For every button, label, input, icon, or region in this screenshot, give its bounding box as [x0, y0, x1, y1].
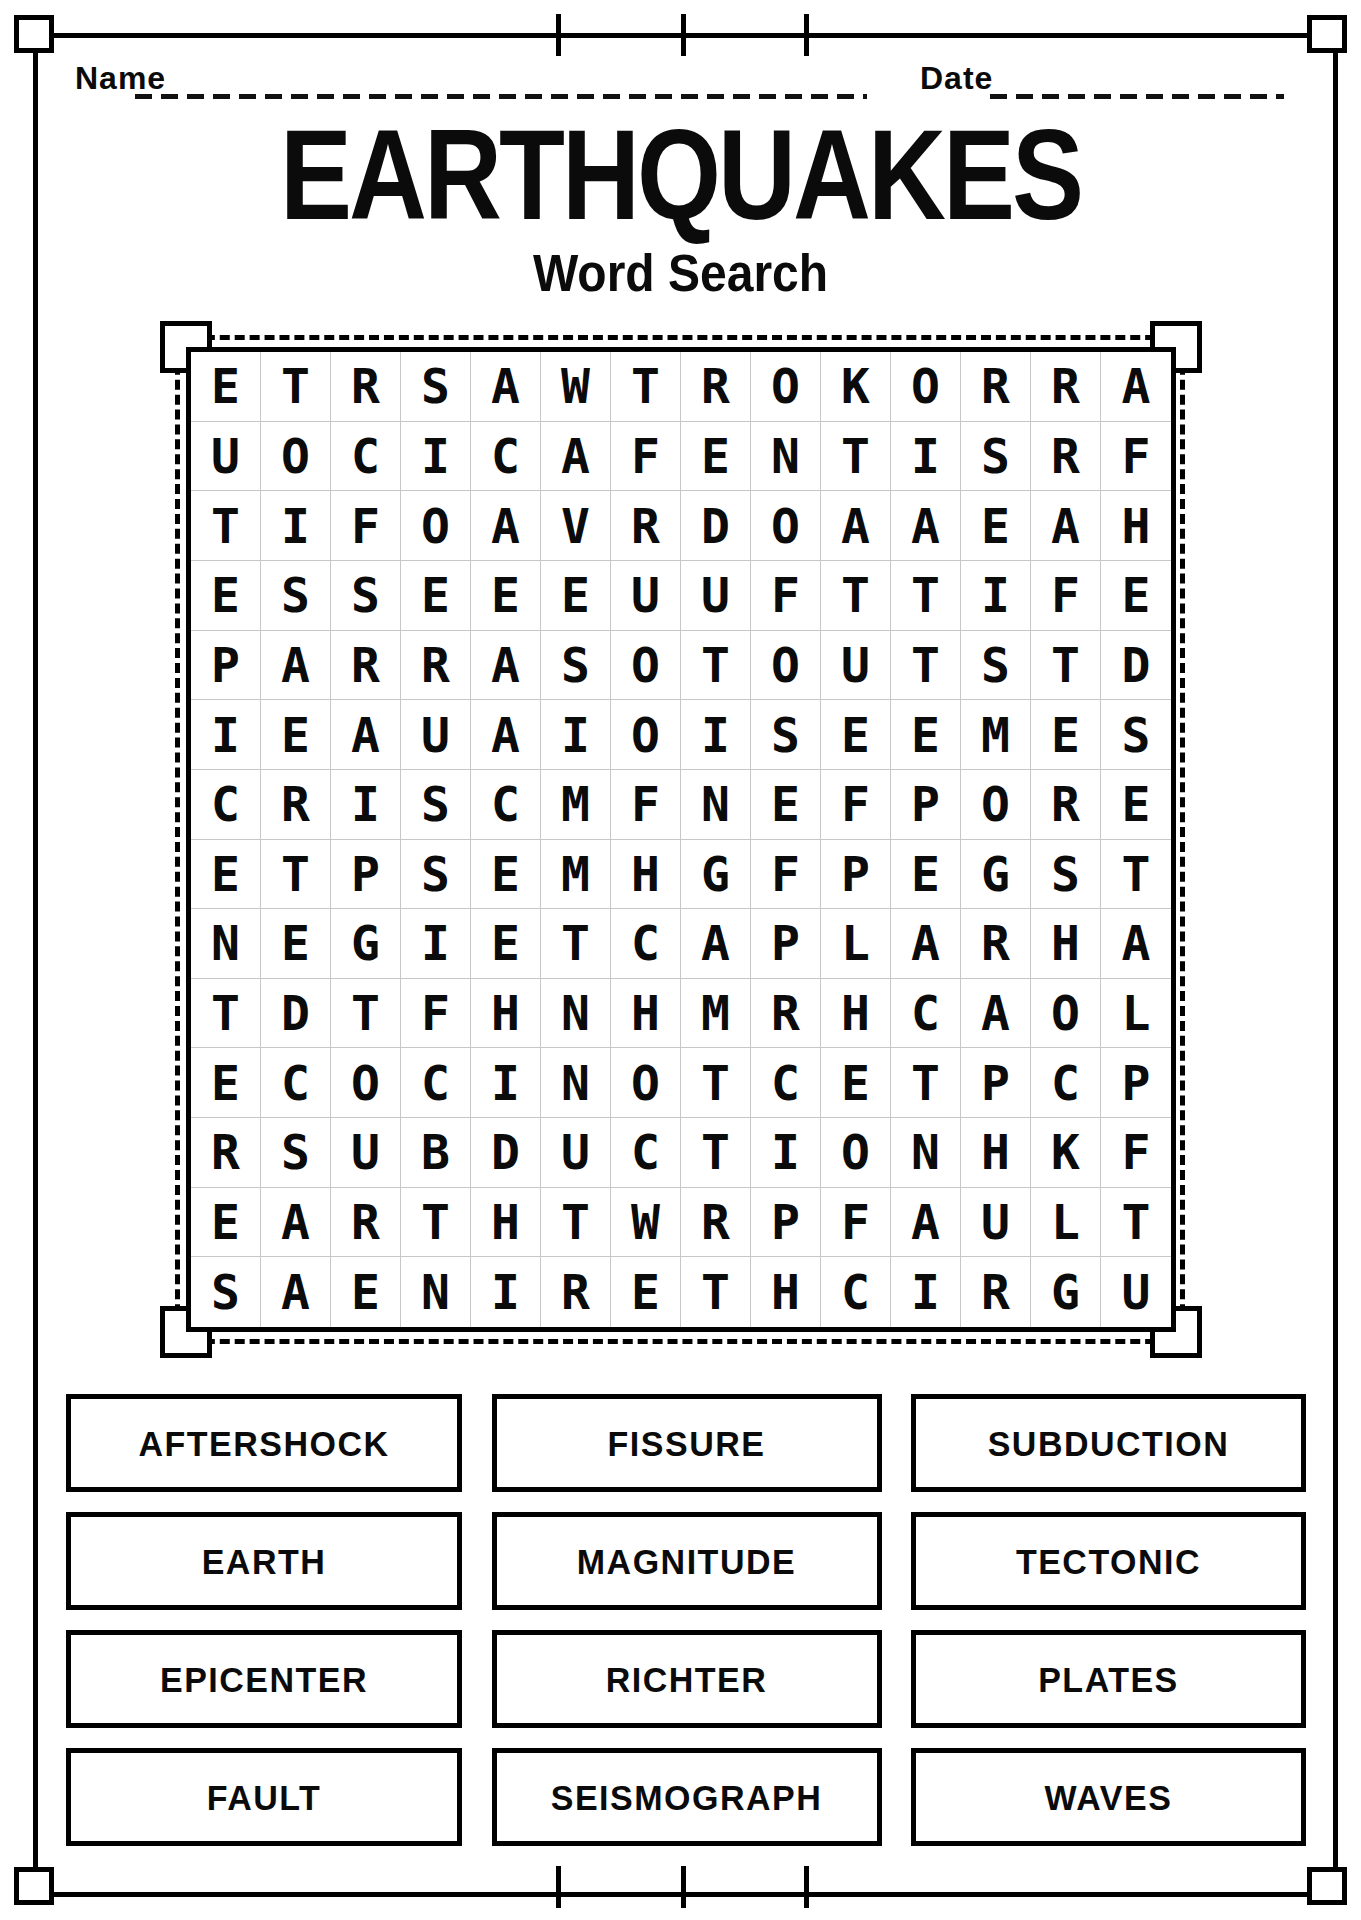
grid-cell[interactable]: I: [961, 561, 1031, 631]
grid-cell[interactable]: S: [1101, 700, 1171, 770]
grid-cell[interactable]: T: [821, 422, 891, 492]
grid-cell[interactable]: E: [401, 561, 471, 631]
frame-corner-top-left: [14, 15, 54, 53]
word-label: EARTH: [202, 1541, 327, 1582]
grid-cell[interactable]: E: [751, 770, 821, 840]
word-box[interactable]: SEISMOGRAPH: [492, 1748, 882, 1846]
grid-cell[interactable]: T: [191, 491, 261, 561]
grid-cell[interactable]: C: [331, 422, 401, 492]
word-box[interactable]: EPICENTER: [66, 1630, 462, 1728]
grid-cell[interactable]: R: [1031, 352, 1101, 422]
grid-cell[interactable]: O: [1031, 979, 1101, 1049]
page-title: EARTHQUAKES: [0, 112, 1361, 239]
grid-cell[interactable]: A: [541, 422, 611, 492]
grid-cell[interactable]: O: [751, 491, 821, 561]
date-label: Date: [920, 60, 993, 97]
grid-cell[interactable]: I: [471, 1257, 541, 1327]
grid-cell[interactable]: T: [1031, 631, 1101, 701]
grid-cell[interactable]: V: [541, 491, 611, 561]
word-label: SEISMOGRAPH: [551, 1777, 823, 1818]
page-subtitle: Word Search: [0, 248, 1361, 300]
grid-cell[interactable]: H: [611, 840, 681, 910]
grid-cell[interactable]: H: [471, 979, 541, 1049]
grid-cell[interactable]: A: [331, 700, 401, 770]
grid-cell[interactable]: H: [1031, 909, 1101, 979]
grid-cell[interactable]: A: [821, 491, 891, 561]
grid-cell[interactable]: D: [261, 979, 331, 1049]
grid-cell[interactable]: D: [471, 1118, 541, 1188]
word-label: EPICENTER: [160, 1659, 368, 1700]
grid-cell[interactable]: T: [681, 1118, 751, 1188]
grid-cell[interactable]: T: [331, 979, 401, 1049]
grid-cell[interactable]: L: [1031, 1188, 1101, 1258]
grid-cell[interactable]: I: [191, 700, 261, 770]
grid-cell[interactable]: T: [191, 979, 261, 1049]
grid-cell[interactable]: U: [401, 700, 471, 770]
grid-cell[interactable]: U: [191, 422, 261, 492]
grid-cell[interactable]: C: [261, 1048, 331, 1118]
grid-cell[interactable]: T: [541, 909, 611, 979]
grid-cell[interactable]: E: [681, 422, 751, 492]
grid-cell[interactable]: B: [401, 1118, 471, 1188]
grid-cell[interactable]: E: [821, 1048, 891, 1118]
grid-cell[interactable]: E: [821, 700, 891, 770]
grid-cell[interactable]: T: [261, 352, 331, 422]
grid-cell[interactable]: C: [891, 979, 961, 1049]
grid-cell[interactable]: O: [961, 770, 1031, 840]
grid-cell[interactable]: C: [401, 1048, 471, 1118]
grid-cell[interactable]: S: [961, 631, 1031, 701]
grid-cell[interactable]: H: [471, 1188, 541, 1258]
grid-cell[interactable]: T: [681, 1048, 751, 1118]
grid-cell[interactable]: G: [961, 840, 1031, 910]
word-box[interactable]: AFTERSHOCK: [66, 1394, 462, 1492]
grid-cell[interactable]: A: [1031, 491, 1101, 561]
grid-cell[interactable]: F: [401, 979, 471, 1049]
grid-cell[interactable]: F: [331, 491, 401, 561]
grid-cell[interactable]: A: [891, 491, 961, 561]
grid-cell[interactable]: P: [331, 840, 401, 910]
name-line[interactable]: [135, 94, 867, 99]
grid-cell[interactable]: E: [471, 840, 541, 910]
grid-cell[interactable]: I: [401, 422, 471, 492]
grid-cell[interactable]: F: [751, 561, 821, 631]
grid-cell[interactable]: F: [1101, 1118, 1171, 1188]
grid-cell[interactable]: C: [471, 770, 541, 840]
grid-cell[interactable]: S: [261, 561, 331, 631]
word-box[interactable]: PLATES: [911, 1630, 1306, 1728]
grid-cell[interactable]: T: [891, 1048, 961, 1118]
grid-cell[interactable]: H: [751, 1257, 821, 1327]
grid-cell[interactable]: N: [751, 422, 821, 492]
grid-cell[interactable]: F: [821, 1188, 891, 1258]
word-box[interactable]: WAVES: [911, 1748, 1306, 1846]
frame-tick-bottom-2: [681, 1866, 686, 1908]
grid-cell[interactable]: O: [611, 631, 681, 701]
grid-cell[interactable]: H: [1101, 491, 1171, 561]
word-bank: AFTERSHOCKFISSURESUBDUCTIONEARTHMAGNITUD…: [66, 1394, 1306, 1846]
grid-cell[interactable]: F: [821, 770, 891, 840]
grid-cell[interactable]: M: [541, 770, 611, 840]
grid-cell[interactable]: A: [1101, 352, 1171, 422]
grid-cell[interactable]: A: [891, 909, 961, 979]
frame-corner-bottom-right: [1307, 1867, 1347, 1905]
word-label: AFTERSHOCK: [138, 1423, 389, 1464]
grid-cell[interactable]: P: [191, 631, 261, 701]
grid-cell[interactable]: P: [751, 1188, 821, 1258]
grid-cell[interactable]: E: [471, 561, 541, 631]
grid-cell[interactable]: F: [611, 770, 681, 840]
grid-cell[interactable]: T: [611, 352, 681, 422]
grid-cell[interactable]: U: [611, 561, 681, 631]
grid-cell[interactable]: A: [471, 700, 541, 770]
grid-cell[interactable]: I: [541, 700, 611, 770]
word-label: MAGNITUDE: [577, 1541, 796, 1582]
grid-cell[interactable]: D: [681, 491, 751, 561]
grid-cell[interactable]: C: [611, 1118, 681, 1188]
grid-cell[interactable]: U: [821, 631, 891, 701]
grid-cell[interactable]: R: [611, 491, 681, 561]
grid-cell[interactable]: N: [191, 909, 261, 979]
word-box[interactable]: FAULT: [66, 1748, 462, 1846]
grid-cell[interactable]: R: [681, 1188, 751, 1258]
grid-cell[interactable]: T: [1101, 1188, 1171, 1258]
grid-cell[interactable]: C: [471, 422, 541, 492]
grid-cell[interactable]: E: [541, 561, 611, 631]
grid-cell[interactable]: R: [961, 1257, 1031, 1327]
grid-cell[interactable]: E: [191, 561, 261, 631]
grid-cell[interactable]: L: [1101, 979, 1171, 1049]
grid-cell[interactable]: E: [1101, 561, 1171, 631]
grid-cell[interactable]: A: [471, 631, 541, 701]
frame-tick-bottom-1: [556, 1866, 561, 1908]
grid-cell[interactable]: R: [1031, 770, 1101, 840]
grid-cell[interactable]: R: [1031, 422, 1101, 492]
grid-cell[interactable]: E: [471, 909, 541, 979]
frame-tick-top-3: [804, 14, 809, 56]
grid-cell[interactable]: S: [401, 840, 471, 910]
grid-cell[interactable]: E: [261, 909, 331, 979]
grid-cell[interactable]: A: [961, 979, 1031, 1049]
word-label: SUBDUCTION: [988, 1423, 1230, 1464]
grid-cell[interactable]: S: [1031, 840, 1101, 910]
grid-cell[interactable]: N: [541, 979, 611, 1049]
grid-cell[interactable]: E: [891, 840, 961, 910]
grid-cell[interactable]: E: [1031, 700, 1101, 770]
grid-cell[interactable]: R: [751, 979, 821, 1049]
grid-cell[interactable]: E: [191, 1188, 261, 1258]
grid-cell[interactable]: S: [751, 700, 821, 770]
grid-cell[interactable]: T: [1101, 840, 1171, 910]
frame-tick-bottom-3: [804, 1866, 809, 1908]
grid-cell[interactable]: R: [961, 909, 1031, 979]
grid-cell[interactable]: G: [1031, 1257, 1101, 1327]
grid-cell[interactable]: T: [891, 631, 961, 701]
grid-cell[interactable]: U: [541, 1118, 611, 1188]
grid-cell[interactable]: R: [401, 631, 471, 701]
grid-cell[interactable]: A: [1101, 909, 1171, 979]
grid-cell[interactable]: S: [191, 1257, 261, 1327]
grid-cell[interactable]: U: [961, 1188, 1031, 1258]
word-label: FISSURE: [608, 1423, 766, 1464]
grid-cell[interactable]: H: [961, 1118, 1031, 1188]
grid-cell[interactable]: R: [331, 631, 401, 701]
grid-cell[interactable]: P: [751, 909, 821, 979]
grid-cell[interactable]: S: [401, 770, 471, 840]
grid-cell[interactable]: I: [331, 770, 401, 840]
grid-cell[interactable]: G: [331, 909, 401, 979]
grid-cell[interactable]: A: [261, 631, 331, 701]
grid-cell[interactable]: L: [821, 909, 891, 979]
grid-cell[interactable]: E: [191, 1048, 261, 1118]
grid-cell[interactable]: R: [191, 1118, 261, 1188]
grid-cell[interactable]: E: [1101, 770, 1171, 840]
grid-cell[interactable]: E: [611, 1257, 681, 1327]
grid-cell[interactable]: A: [471, 491, 541, 561]
grid-cell[interactable]: K: [1031, 1118, 1101, 1188]
grid-cell[interactable]: E: [261, 700, 331, 770]
grid-cell[interactable]: F: [611, 422, 681, 492]
word-label: WAVES: [1045, 1777, 1173, 1818]
grid-cell[interactable]: T: [891, 561, 961, 631]
word-label: FAULT: [207, 1777, 322, 1818]
grid-cell[interactable]: R: [331, 1188, 401, 1258]
grid-cell[interactable]: E: [331, 1257, 401, 1327]
word-label: TECTONIC: [1016, 1541, 1201, 1582]
frame-tick-top-1: [556, 14, 561, 56]
grid-cell[interactable]: W: [541, 352, 611, 422]
grid-cell[interactable]: T: [541, 1188, 611, 1258]
grid-cell[interactable]: A: [261, 1188, 331, 1258]
grid-cell[interactable]: O: [891, 352, 961, 422]
grid-cell[interactable]: S: [961, 422, 1031, 492]
grid-cell[interactable]: C: [191, 770, 261, 840]
grid-cell[interactable]: R: [541, 1257, 611, 1327]
frame-tick-top-2: [681, 14, 686, 56]
grid-cell[interactable]: S: [261, 1118, 331, 1188]
grid-cell[interactable]: S: [401, 352, 471, 422]
grid-cell[interactable]: C: [751, 1048, 821, 1118]
grid-cell[interactable]: E: [191, 840, 261, 910]
grid-cell[interactable]: P: [821, 840, 891, 910]
grid-cell[interactable]: H: [821, 979, 891, 1049]
word-box[interactable]: EARTH: [66, 1512, 462, 1610]
grid-cell[interactable]: P: [961, 1048, 1031, 1118]
grid-cell[interactable]: O: [401, 491, 471, 561]
grid-cell[interactable]: U: [331, 1118, 401, 1188]
grid-cell[interactable]: W: [611, 1188, 681, 1258]
date-line[interactable]: [990, 94, 1284, 99]
grid-cell[interactable]: I: [401, 909, 471, 979]
grid-cell[interactable]: O: [261, 422, 331, 492]
grid-cell[interactable]: I: [751, 1118, 821, 1188]
grid-cell[interactable]: N: [401, 1257, 471, 1327]
grid-cell[interactable]: R: [261, 770, 331, 840]
grid-cell[interactable]: E: [891, 700, 961, 770]
grid-cell[interactable]: O: [821, 1118, 891, 1188]
grid-cell[interactable]: S: [331, 561, 401, 631]
grid-cell[interactable]: U: [1101, 1257, 1171, 1327]
grid-cell[interactable]: T: [821, 561, 891, 631]
grid-cell[interactable]: G: [681, 840, 751, 910]
grid-cell[interactable]: O: [611, 1048, 681, 1118]
grid-cell[interactable]: N: [891, 1118, 961, 1188]
grid-cell[interactable]: O: [751, 631, 821, 701]
grid-cell[interactable]: P: [891, 770, 961, 840]
grid-cell[interactable]: M: [961, 700, 1031, 770]
grid-cell[interactable]: T: [261, 840, 331, 910]
word-box[interactable]: RICHTER: [492, 1630, 882, 1728]
grid-cell[interactable]: N: [541, 1048, 611, 1118]
frame-corner-top-right: [1307, 15, 1347, 53]
grid-cell[interactable]: F: [1031, 561, 1101, 631]
grid-cell[interactable]: I: [681, 700, 751, 770]
grid-cell[interactable]: A: [261, 1257, 331, 1327]
grid-cell[interactable]: I: [891, 1257, 961, 1327]
grid-cell[interactable]: K: [821, 352, 891, 422]
puzzle-grid: ETRSAWTROKORRAUOCICAFENTISRFTIFOAVRDOAAE…: [186, 347, 1176, 1332]
grid-cell[interactable]: C: [1031, 1048, 1101, 1118]
grid-cell[interactable]: R: [331, 352, 401, 422]
grid-cell[interactable]: F: [751, 840, 821, 910]
grid-cell[interactable]: M: [681, 979, 751, 1049]
word-label: RICHTER: [606, 1659, 768, 1700]
grid-cell[interactable]: M: [541, 840, 611, 910]
grid-cell[interactable]: O: [611, 700, 681, 770]
frame-corner-bottom-left: [14, 1867, 54, 1905]
word-box[interactable]: FISSURE: [492, 1394, 882, 1492]
grid-cell[interactable]: A: [471, 352, 541, 422]
grid-cell[interactable]: E: [191, 352, 261, 422]
grid-cell[interactable]: T: [681, 631, 751, 701]
grid-cell[interactable]: T: [401, 1188, 471, 1258]
grid-cell[interactable]: C: [611, 909, 681, 979]
word-box[interactable]: SUBDUCTION: [911, 1394, 1306, 1492]
grid-cell[interactable]: N: [681, 770, 751, 840]
grid-cell[interactable]: A: [681, 909, 751, 979]
grid-cell[interactable]: O: [751, 352, 821, 422]
grid-cell[interactable]: A: [891, 1188, 961, 1258]
grid-cell[interactable]: P: [1101, 1048, 1171, 1118]
grid-cell[interactable]: I: [891, 422, 961, 492]
grid-cell[interactable]: S: [541, 631, 611, 701]
grid-cell[interactable]: I: [261, 491, 331, 561]
grid-cell[interactable]: E: [961, 491, 1031, 561]
word-box[interactable]: MAGNITUDE: [492, 1512, 882, 1610]
grid-cell[interactable]: R: [961, 352, 1031, 422]
name-label: Name: [75, 60, 166, 97]
grid-cell[interactable]: U: [681, 561, 751, 631]
grid-cell[interactable]: H: [611, 979, 681, 1049]
grid-cell[interactable]: I: [471, 1048, 541, 1118]
grid-cell[interactable]: T: [681, 1257, 751, 1327]
grid-cell[interactable]: C: [821, 1257, 891, 1327]
grid-cell[interactable]: D: [1101, 631, 1171, 701]
grid-cell[interactable]: F: [1101, 422, 1171, 492]
grid-cell[interactable]: R: [681, 352, 751, 422]
grid-cell[interactable]: O: [331, 1048, 401, 1118]
word-label: PLATES: [1038, 1659, 1179, 1700]
word-box[interactable]: TECTONIC: [911, 1512, 1306, 1610]
